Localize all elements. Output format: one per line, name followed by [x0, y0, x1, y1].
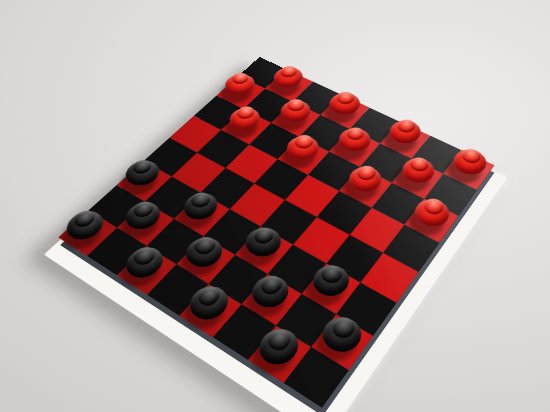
red-piece[interactable] [448, 146, 491, 179]
red-piece-stud [459, 147, 484, 166]
lego-checkers-board [58, 57, 494, 408]
black-piece-stud [250, 225, 278, 248]
checkers-board-grid [58, 57, 494, 408]
black-piece-stud [71, 208, 99, 230]
red-piece-stud [421, 196, 447, 217]
photo-background [0, 0, 550, 412]
black-piece-stud [130, 245, 159, 268]
red-piece-stud [394, 117, 418, 135]
